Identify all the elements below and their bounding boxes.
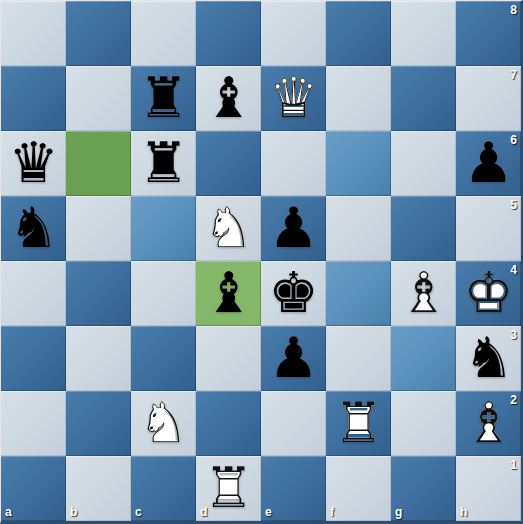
black-bishop[interactable]: ♝	[196, 66, 261, 131]
square-c6[interactable]: ♜	[131, 131, 196, 196]
square-c4[interactable]	[131, 261, 196, 326]
square-g5[interactable]	[391, 196, 456, 261]
piece-fill-layer: ♝	[196, 261, 261, 326]
square-c2[interactable]: ♞♘	[131, 391, 196, 456]
square-h7[interactable]: 7	[456, 66, 521, 131]
black-rook[interactable]: ♜	[131, 131, 196, 196]
square-a6[interactable]: ♛	[1, 131, 66, 196]
square-b1[interactable]: b	[66, 456, 131, 521]
square-c1[interactable]: c	[131, 456, 196, 521]
piece-fill-layer: ♝	[196, 66, 261, 131]
square-b6[interactable]	[66, 131, 131, 196]
square-g1[interactable]: g	[391, 456, 456, 521]
square-b3[interactable]	[66, 326, 131, 391]
file-label-d: d	[200, 505, 207, 519]
square-g7[interactable]	[391, 66, 456, 131]
rank-label-5: 5	[510, 198, 517, 212]
square-h6[interactable]: ♟6	[456, 131, 521, 196]
piece-outline-layer: ♕	[261, 66, 326, 131]
square-e2[interactable]	[261, 391, 326, 456]
black-pawn[interactable]: ♟	[261, 196, 326, 261]
square-a7[interactable]	[1, 66, 66, 131]
file-label-b: b	[70, 505, 77, 519]
rank-label-3: 3	[510, 328, 517, 342]
square-b5[interactable]	[66, 196, 131, 261]
square-e3[interactable]: ♟	[261, 326, 326, 391]
rank-label-1: 1	[510, 458, 517, 472]
square-a1[interactable]: a	[1, 456, 66, 521]
black-king[interactable]: ♚	[261, 261, 326, 326]
piece-outline-layer: ♖	[326, 391, 391, 456]
rank-label-7: 7	[510, 68, 517, 82]
black-bishop[interactable]: ♝	[196, 261, 261, 326]
square-a4[interactable]	[1, 261, 66, 326]
piece-fill-layer: ♟	[261, 326, 326, 391]
square-d4[interactable]: ♝	[196, 261, 261, 326]
piece-outline-layer: ♘	[131, 391, 196, 456]
square-b8[interactable]	[66, 1, 131, 66]
square-f6[interactable]	[326, 131, 391, 196]
square-g3[interactable]	[391, 326, 456, 391]
square-e5[interactable]: ♟	[261, 196, 326, 261]
square-e4[interactable]: ♚	[261, 261, 326, 326]
square-d8[interactable]	[196, 1, 261, 66]
square-f7[interactable]	[326, 66, 391, 131]
white-knight[interactable]: ♞♘	[131, 391, 196, 456]
piece-fill-layer: ♞	[1, 196, 66, 261]
file-label-c: c	[135, 505, 142, 519]
chess-board: 8♜♝♛♕7♛♜♟6♞♞♘♟5♝♚♝♗♚♔4♟♞3♞♘♜♖♝♗2abc♜♖def…	[1, 1, 521, 521]
square-h1[interactable]: 1h	[456, 456, 521, 521]
square-d7[interactable]: ♝	[196, 66, 261, 131]
rank-label-6: 6	[510, 133, 517, 147]
square-d1[interactable]: ♜♖d	[196, 456, 261, 521]
piece-fill-layer: ♛	[1, 131, 66, 196]
square-g2[interactable]	[391, 391, 456, 456]
square-f8[interactable]	[326, 1, 391, 66]
square-a8[interactable]	[1, 1, 66, 66]
piece-fill-layer: ♜	[131, 66, 196, 131]
square-c3[interactable]	[131, 326, 196, 391]
square-a5[interactable]: ♞	[1, 196, 66, 261]
square-e7[interactable]: ♛♕	[261, 66, 326, 131]
chess-board-frame: 8♜♝♛♕7♛♜♟6♞♞♘♟5♝♚♝♗♚♔4♟♞3♞♘♜♖♝♗2abc♜♖def…	[0, 0, 523, 524]
square-h2[interactable]: ♝♗2	[456, 391, 521, 456]
file-label-e: e	[265, 505, 272, 519]
square-f3[interactable]	[326, 326, 391, 391]
black-rook[interactable]: ♜	[131, 66, 196, 131]
piece-fill-layer: ♚	[261, 261, 326, 326]
square-f5[interactable]	[326, 196, 391, 261]
black-knight[interactable]: ♞	[1, 196, 66, 261]
square-c5[interactable]	[131, 196, 196, 261]
white-queen[interactable]: ♛♕	[261, 66, 326, 131]
square-g6[interactable]	[391, 131, 456, 196]
piece-outline-layer: ♗	[391, 261, 456, 326]
square-h8[interactable]: 8	[456, 1, 521, 66]
square-f2[interactable]: ♜♖	[326, 391, 391, 456]
file-label-f: f	[330, 505, 334, 519]
square-b7[interactable]	[66, 66, 131, 131]
white-rook[interactable]: ♜♖	[326, 391, 391, 456]
square-f4[interactable]	[326, 261, 391, 326]
rank-label-8: 8	[510, 3, 517, 17]
square-c7[interactable]: ♜	[131, 66, 196, 131]
square-e8[interactable]	[261, 1, 326, 66]
piece-fill-layer: ♟	[261, 196, 326, 261]
square-a3[interactable]	[1, 326, 66, 391]
piece-outline-layer: ♘	[196, 196, 261, 261]
square-a2[interactable]	[1, 391, 66, 456]
square-e1[interactable]: e	[261, 456, 326, 521]
file-label-h: h	[460, 505, 467, 519]
square-h4[interactable]: ♚♔4	[456, 261, 521, 326]
file-label-g: g	[395, 505, 402, 519]
rank-label-4: 4	[510, 263, 517, 277]
square-d3[interactable]	[196, 326, 261, 391]
square-e6[interactable]	[261, 131, 326, 196]
square-d2[interactable]	[196, 391, 261, 456]
square-b2[interactable]	[66, 391, 131, 456]
square-b4[interactable]	[66, 261, 131, 326]
white-knight[interactable]: ♞♘	[196, 196, 261, 261]
piece-fill-layer: ♜	[131, 131, 196, 196]
black-pawn[interactable]: ♟	[261, 326, 326, 391]
white-bishop[interactable]: ♝♗	[391, 261, 456, 326]
square-d5[interactable]: ♞♘	[196, 196, 261, 261]
square-d6[interactable]	[196, 131, 261, 196]
square-f1[interactable]: f	[326, 456, 391, 521]
square-h5[interactable]: 5	[456, 196, 521, 261]
square-h3[interactable]: ♞3	[456, 326, 521, 391]
rank-label-2: 2	[510, 393, 517, 407]
square-g4[interactable]: ♝♗	[391, 261, 456, 326]
file-label-a: a	[5, 505, 12, 519]
square-c8[interactable]	[131, 1, 196, 66]
black-queen[interactable]: ♛	[1, 131, 66, 196]
square-g8[interactable]	[391, 1, 456, 66]
